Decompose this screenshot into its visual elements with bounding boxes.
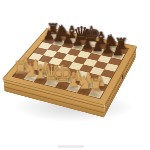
- photo-background: ♜♞♝♛♚♝♞♜♟♟♟♟♟♟♟♟♟♟♟♟♟♟♟♟♜♞♝♛♚♝♞♜: [0, 0, 150, 150]
- white-rook: ♜: [87, 77, 103, 95]
- latch-icon: [122, 73, 124, 81]
- scene: ♜♞♝♛♚♝♞♜♟♟♟♟♟♟♟♟♟♟♟♟♟♟♟♟♜♞♝♛♚♝♞♜: [0, 0, 150, 150]
- watermark: [58, 145, 84, 148]
- chess-box: ♜♞♝♛♚♝♞♜♟♟♟♟♟♟♟♟♟♟♟♟♟♟♟♟♜♞♝♛♚♝♞♜: [3, 28, 136, 105]
- black-pawn: ♟: [111, 43, 123, 57]
